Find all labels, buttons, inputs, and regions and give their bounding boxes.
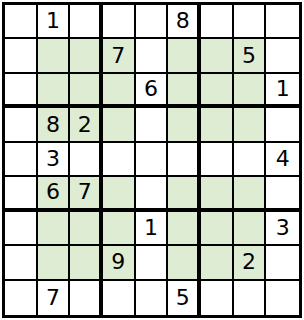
given-digit: 5 — [242, 45, 256, 67]
given-digit: 8 — [176, 10, 190, 32]
cell-r7c1[interactable] — [5, 212, 38, 246]
cell-r2c4[interactable]: 7 — [103, 39, 136, 73]
cell-r2c1[interactable] — [5, 39, 38, 73]
cell-r7c2[interactable] — [38, 212, 71, 246]
cell-r2c2[interactable] — [38, 39, 71, 73]
cell-r5c4[interactable] — [103, 143, 136, 177]
cell-r2c6[interactable] — [168, 39, 201, 73]
cell-r8c6[interactable] — [168, 246, 201, 280]
cell-r5c7[interactable] — [201, 143, 234, 177]
cell-r8c7[interactable] — [201, 246, 234, 280]
cell-r1c5[interactable] — [136, 5, 169, 39]
given-digit: 2 — [242, 251, 256, 273]
given-digit: 4 — [276, 148, 290, 170]
cell-r5c1[interactable] — [5, 143, 38, 177]
cell-r6c5[interactable] — [136, 177, 169, 211]
cell-r5c3[interactable] — [70, 143, 103, 177]
given-digit: 1 — [276, 78, 290, 100]
cell-r1c2[interactable]: 1 — [38, 5, 71, 39]
given-digit: 1 — [144, 217, 158, 239]
cell-r9c2[interactable]: 7 — [38, 281, 71, 315]
sudoku-board: 187561823467139275 — [0, 0, 304, 320]
given-digit: 6 — [46, 181, 60, 203]
cell-r4c8[interactable] — [234, 108, 267, 142]
cell-r9c3[interactable] — [70, 281, 103, 315]
cell-r9c1[interactable] — [5, 281, 38, 315]
given-digit: 6 — [144, 78, 158, 100]
cell-r5c9[interactable]: 4 — [266, 143, 299, 177]
cell-r7c5[interactable]: 1 — [136, 212, 169, 246]
cell-r2c7[interactable] — [201, 39, 234, 73]
cell-r4c9[interactable] — [266, 108, 299, 142]
cell-r1c9[interactable] — [266, 5, 299, 39]
cell-r6c2[interactable]: 6 — [38, 177, 71, 211]
cell-r8c1[interactable] — [5, 246, 38, 280]
cell-r9c7[interactable] — [201, 281, 234, 315]
cell-r3c2[interactable] — [38, 74, 71, 108]
cell-r2c5[interactable] — [136, 39, 169, 73]
cell-r3c5[interactable]: 6 — [136, 74, 169, 108]
cell-r4c1[interactable] — [5, 108, 38, 142]
cell-r7c8[interactable] — [234, 212, 267, 246]
cell-r4c7[interactable] — [201, 108, 234, 142]
cell-r7c9[interactable]: 3 — [266, 212, 299, 246]
given-digit: 7 — [46, 287, 60, 309]
cell-r8c8[interactable]: 2 — [234, 246, 267, 280]
cell-r5c2[interactable]: 3 — [38, 143, 71, 177]
cell-r2c8[interactable]: 5 — [234, 39, 267, 73]
cell-r3c6[interactable] — [168, 74, 201, 108]
cell-r7c6[interactable] — [168, 212, 201, 246]
cell-r6c1[interactable] — [5, 177, 38, 211]
cell-r3c4[interactable] — [103, 74, 136, 108]
cell-r3c7[interactable] — [201, 74, 234, 108]
given-digit: 1 — [46, 10, 60, 32]
cell-r4c6[interactable] — [168, 108, 201, 142]
sudoku-grid: 187561823467139275 — [2, 2, 302, 318]
cell-r5c8[interactable] — [234, 143, 267, 177]
cell-r1c4[interactable] — [103, 5, 136, 39]
given-digit: 2 — [78, 114, 92, 136]
cell-r6c8[interactable] — [234, 177, 267, 211]
cell-r9c4[interactable] — [103, 281, 136, 315]
cell-r1c8[interactable] — [234, 5, 267, 39]
cell-r8c4[interactable]: 9 — [103, 246, 136, 280]
cell-r3c1[interactable] — [5, 74, 38, 108]
cell-r1c3[interactable] — [70, 5, 103, 39]
cell-r3c8[interactable] — [234, 74, 267, 108]
cell-r8c9[interactable] — [266, 246, 299, 280]
given-digit: 7 — [111, 45, 125, 67]
cell-r6c6[interactable] — [168, 177, 201, 211]
cell-r6c4[interactable] — [103, 177, 136, 211]
given-digit: 5 — [176, 287, 190, 309]
cell-r5c6[interactable] — [168, 143, 201, 177]
given-digit: 3 — [46, 148, 60, 170]
cell-r1c7[interactable] — [201, 5, 234, 39]
cell-r3c9[interactable]: 1 — [266, 74, 299, 108]
cell-r1c1[interactable] — [5, 5, 38, 39]
cell-r4c3[interactable]: 2 — [70, 108, 103, 142]
cell-r2c3[interactable] — [70, 39, 103, 73]
cell-r8c2[interactable] — [38, 246, 71, 280]
cell-r5c5[interactable] — [136, 143, 169, 177]
cell-r8c3[interactable] — [70, 246, 103, 280]
cell-r7c4[interactable] — [103, 212, 136, 246]
cell-r9c8[interactable] — [234, 281, 267, 315]
cell-r1c6[interactable]: 8 — [168, 5, 201, 39]
cell-r9c9[interactable] — [266, 281, 299, 315]
given-digit: 3 — [276, 217, 290, 239]
cell-r7c7[interactable] — [201, 212, 234, 246]
cell-r4c2[interactable]: 8 — [38, 108, 71, 142]
cell-r9c5[interactable] — [136, 281, 169, 315]
cell-r8c5[interactable] — [136, 246, 169, 280]
cell-r9c6[interactable]: 5 — [168, 281, 201, 315]
given-digit: 9 — [111, 251, 125, 273]
cell-r3c3[interactable] — [70, 74, 103, 108]
cell-r6c9[interactable] — [266, 177, 299, 211]
given-digit: 8 — [46, 114, 60, 136]
cell-r7c3[interactable] — [70, 212, 103, 246]
cell-r6c7[interactable] — [201, 177, 234, 211]
cell-r6c3[interactable]: 7 — [70, 177, 103, 211]
cell-r2c9[interactable] — [266, 39, 299, 73]
cell-r4c4[interactable] — [103, 108, 136, 142]
cell-r4c5[interactable] — [136, 108, 169, 142]
given-digit: 7 — [78, 181, 92, 203]
